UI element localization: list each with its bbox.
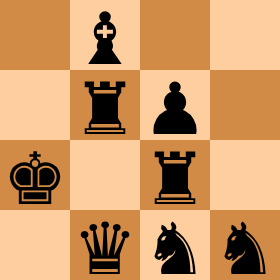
square-r1c3[interactable] xyxy=(210,70,280,140)
square-r0c2[interactable] xyxy=(140,0,210,70)
square-r0c0[interactable] xyxy=(0,0,70,70)
square-r1c0[interactable] xyxy=(0,70,70,140)
black-pawn-piece[interactable]: ♟ xyxy=(143,74,208,144)
chess-board: ♝ ♜ ♟ ♚ ♜ ♛ ♞ ♞ xyxy=(0,0,280,280)
black-king-piece[interactable]: ♚ xyxy=(3,144,68,214)
square-r3c2[interactable]: ♞ xyxy=(140,210,210,280)
square-r3c1[interactable]: ♛ xyxy=(70,210,140,280)
square-r3c3[interactable]: ♞ xyxy=(210,210,280,280)
black-queen-piece[interactable]: ♛ xyxy=(73,214,138,280)
black-rook-piece[interactable]: ♜ xyxy=(143,144,208,214)
black-rook-piece[interactable]: ♜ xyxy=(73,74,138,144)
square-r2c0[interactable]: ♚ xyxy=(0,140,70,210)
square-r2c2[interactable]: ♜ xyxy=(140,140,210,210)
square-r2c3[interactable] xyxy=(210,140,280,210)
square-r1c2[interactable]: ♟ xyxy=(140,70,210,140)
black-knight-piece[interactable]: ♞ xyxy=(213,214,278,280)
square-r1c1[interactable]: ♜ xyxy=(70,70,140,140)
black-bishop-piece[interactable]: ♝ xyxy=(73,4,138,74)
square-r0c3[interactable] xyxy=(210,0,280,70)
square-r0c1[interactable]: ♝ xyxy=(70,0,140,70)
black-knight-piece[interactable]: ♞ xyxy=(143,214,208,280)
